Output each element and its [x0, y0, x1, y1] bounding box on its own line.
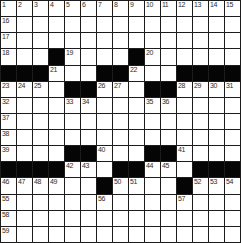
cell-r10c12[interactable]: 41 [177, 146, 193, 162]
cell-r10c2[interactable] [17, 146, 33, 162]
clue-number-30: 30 [210, 82, 217, 90]
cell-r1c10[interactable]: 10 [145, 1, 161, 17]
cell-r7c13[interactable] [193, 98, 209, 114]
clue-number-49: 49 [50, 178, 57, 186]
clue-number-51: 51 [130, 178, 137, 186]
cell-r6c7[interactable]: 26 [97, 82, 113, 98]
clue-number-12: 12 [178, 1, 185, 9]
cell-r1c4[interactable]: 4 [49, 1, 65, 17]
cell-r10c4[interactable] [49, 146, 65, 162]
clue-number-33: 33 [66, 98, 73, 106]
cell-r12c6[interactable] [81, 178, 97, 194]
black-cell-r11c13 [193, 162, 209, 178]
cell-r4c6[interactable] [81, 49, 97, 65]
black-cell-r4c9 [129, 49, 145, 65]
cell-r11c7[interactable] [97, 162, 113, 178]
cell-r10c13[interactable] [193, 146, 209, 162]
cell-r12c11[interactable] [161, 178, 177, 194]
cell-r3c6[interactable] [81, 33, 97, 49]
cell-r9c12[interactable] [177, 130, 193, 146]
cell-r3c4[interactable] [49, 33, 65, 49]
cell-r1c3[interactable]: 3 [33, 1, 49, 17]
clue-number-32: 32 [2, 98, 9, 106]
cell-r14c8[interactable] [113, 211, 129, 227]
clue-number-25: 25 [34, 82, 41, 90]
cell-r8c15[interactable] [225, 114, 241, 130]
cell-r11c10[interactable]: 44 [145, 162, 161, 178]
cell-r8c4[interactable] [49, 114, 65, 130]
clue-number-44: 44 [146, 162, 153, 170]
cell-r7c15[interactable] [225, 98, 241, 114]
cell-r2c8[interactable] [113, 17, 129, 33]
black-cell-r11c4 [49, 162, 65, 178]
black-cell-r12c7 [97, 178, 113, 194]
clue-number-29: 29 [194, 82, 201, 90]
cell-r4c11[interactable] [161, 49, 177, 65]
black-cell-r6c11 [161, 82, 177, 98]
cell-r1c7[interactable]: 7 [97, 1, 113, 17]
cell-r9c7[interactable] [97, 130, 113, 146]
clue-number-8: 8 [114, 1, 117, 9]
cell-r9c15[interactable] [225, 130, 241, 146]
cell-r4c14[interactable] [209, 49, 225, 65]
crossword-grid: 1234567891011121314151617181920212223242… [0, 0, 241, 243]
cell-r8c5[interactable] [65, 114, 81, 130]
cell-r9c3[interactable] [33, 130, 49, 146]
cell-r9c13[interactable] [193, 130, 209, 146]
clue-number-28: 28 [178, 82, 185, 90]
cell-r3c3[interactable] [33, 33, 49, 49]
cell-r4c13[interactable] [193, 49, 209, 65]
clue-number-10: 10 [146, 1, 153, 9]
cell-r14c15[interactable] [225, 211, 241, 227]
black-cell-r11c14 [209, 162, 225, 178]
clue-number-58: 58 [2, 211, 9, 219]
cell-r15c14[interactable] [209, 227, 225, 243]
clue-number-7: 7 [98, 1, 101, 9]
cell-r6c1[interactable]: 23 [1, 82, 17, 98]
cell-r9c1[interactable]: 38 [1, 130, 17, 146]
cell-r3c5[interactable] [65, 33, 81, 49]
cell-r6c15[interactable]: 31 [225, 82, 241, 98]
cell-r13c5[interactable] [65, 195, 81, 211]
cell-r2c3[interactable] [33, 17, 49, 33]
clue-number-20: 20 [146, 49, 153, 57]
black-cell-r5c1 [1, 66, 17, 82]
cell-r8c13[interactable] [193, 114, 209, 130]
cell-r6c13[interactable]: 29 [193, 82, 209, 98]
cell-r4c2[interactable] [17, 49, 33, 65]
cell-r14c9[interactable] [129, 211, 145, 227]
cell-r15c12[interactable] [177, 227, 193, 243]
clue-number-45: 45 [162, 162, 169, 170]
black-cell-r5c2 [17, 66, 33, 82]
black-cell-r6c10 [145, 82, 161, 98]
cell-r2c9[interactable] [129, 17, 145, 33]
clue-number-38: 38 [2, 130, 9, 138]
cell-r1c11[interactable]: 11 [161, 1, 177, 17]
clue-number-48: 48 [34, 178, 41, 186]
cell-r10c7[interactable]: 40 [97, 146, 113, 162]
cell-r13c1[interactable]: 55 [1, 195, 17, 211]
cell-r3c15[interactable] [225, 33, 241, 49]
clue-number-41: 41 [178, 146, 185, 154]
cell-r3c11[interactable] [161, 33, 177, 49]
cell-r9c9[interactable] [129, 130, 145, 146]
clue-number-3: 3 [34, 1, 37, 9]
cell-r13c3[interactable] [33, 195, 49, 211]
cell-r1c2[interactable]: 2 [17, 1, 33, 17]
clue-number-22: 22 [130, 66, 137, 74]
cell-r8c7[interactable] [97, 114, 113, 130]
cell-r6c4[interactable] [49, 82, 65, 98]
black-cell-r11c3 [33, 162, 49, 178]
cell-r7c2[interactable] [17, 98, 33, 114]
cell-r13c8[interactable] [113, 195, 129, 211]
clue-number-2: 2 [18, 1, 21, 9]
cell-r1c6[interactable]: 6 [81, 1, 97, 17]
cell-r12c15[interactable]: 54 [225, 178, 241, 194]
cell-r15c3[interactable] [33, 227, 49, 243]
cell-r2c6[interactable] [81, 17, 97, 33]
cell-r9c4[interactable] [49, 130, 65, 146]
cell-r8c12[interactable] [177, 114, 193, 130]
clue-number-23: 23 [2, 82, 9, 90]
cell-r14c4[interactable] [49, 211, 65, 227]
cell-r8c6[interactable] [81, 114, 97, 130]
cell-r9c8[interactable] [113, 130, 129, 146]
cell-r3c14[interactable] [209, 33, 225, 49]
clue-number-37: 37 [2, 114, 9, 122]
cell-r13c13[interactable] [193, 195, 209, 211]
cell-r5c10[interactable] [145, 66, 161, 82]
cell-r3c2[interactable] [17, 33, 33, 49]
black-cell-r10c6 [81, 146, 97, 162]
clue-number-14: 14 [210, 1, 217, 9]
cell-r13c12[interactable]: 57 [177, 195, 193, 211]
cell-r14c7[interactable] [97, 211, 113, 227]
clue-number-50: 50 [114, 178, 121, 186]
cell-r13c2[interactable] [17, 195, 33, 211]
cell-r13c7[interactable]: 56 [97, 195, 113, 211]
cell-r6c12[interactable]: 28 [177, 82, 193, 98]
clue-number-5: 5 [66, 1, 69, 9]
black-cell-r6c6 [81, 82, 97, 98]
cell-r13c6[interactable] [81, 195, 97, 211]
clue-number-26: 26 [98, 82, 105, 90]
cell-r14c12[interactable] [177, 211, 193, 227]
cell-r15c7[interactable] [97, 227, 113, 243]
cell-r12c2[interactable]: 47 [17, 178, 33, 194]
cell-r13c14[interactable] [209, 195, 225, 211]
cell-r7c12[interactable] [177, 98, 193, 114]
clue-number-47: 47 [18, 178, 25, 186]
cell-r5c4[interactable]: 21 [49, 66, 65, 82]
cell-r15c4[interactable] [49, 227, 65, 243]
cell-r15c15[interactable] [225, 227, 241, 243]
cell-r5c5[interactable] [65, 66, 81, 82]
clue-number-54: 54 [226, 178, 233, 186]
clue-number-1: 1 [2, 1, 5, 9]
cell-r15c8[interactable] [113, 227, 129, 243]
cell-r11c11[interactable]: 45 [161, 162, 177, 178]
clue-number-21: 21 [50, 66, 57, 74]
cell-r7c11[interactable]: 36 [161, 98, 177, 114]
clue-number-34: 34 [82, 98, 89, 106]
clue-number-55: 55 [2, 195, 9, 203]
cell-r3c7[interactable] [97, 33, 113, 49]
cell-r2c7[interactable] [97, 17, 113, 33]
black-cell-r5c12 [177, 66, 193, 82]
cell-r5c11[interactable] [161, 66, 177, 82]
black-cell-r5c8 [113, 66, 129, 82]
cell-r2c1[interactable]: 16 [1, 17, 17, 33]
cell-r14c6[interactable] [81, 211, 97, 227]
cell-r9c5[interactable] [65, 130, 81, 146]
clue-number-56: 56 [98, 195, 105, 203]
cell-r9c10[interactable] [145, 130, 161, 146]
cell-r3c8[interactable] [113, 33, 129, 49]
cell-r13c11[interactable] [161, 195, 177, 211]
clue-number-53: 53 [210, 178, 217, 186]
cell-r12c13[interactable]: 52 [193, 178, 209, 194]
clue-number-16: 16 [2, 17, 9, 25]
cell-r2c5[interactable] [65, 17, 81, 33]
cell-r3c9[interactable] [129, 33, 145, 49]
cell-r15c9[interactable] [129, 227, 145, 243]
black-cell-r10c10 [145, 146, 161, 162]
black-cell-r11c2 [17, 162, 33, 178]
cell-r14c1[interactable]: 58 [1, 211, 17, 227]
cell-r2c4[interactable] [49, 17, 65, 33]
black-cell-r10c5 [65, 146, 81, 162]
black-cell-r11c9 [129, 162, 145, 178]
black-cell-r5c7 [97, 66, 113, 82]
cell-r3c12[interactable] [177, 33, 193, 49]
cell-r4c10[interactable]: 20 [145, 49, 161, 65]
cell-r7c3[interactable] [33, 98, 49, 114]
cell-r7c10[interactable]: 35 [145, 98, 161, 114]
cell-r2c2[interactable] [17, 17, 33, 33]
black-cell-r6c5 [65, 82, 81, 98]
cell-r11c6[interactable]: 43 [81, 162, 97, 178]
cell-r14c10[interactable] [145, 211, 161, 227]
cell-r13c15[interactable] [225, 195, 241, 211]
clue-number-19: 19 [66, 49, 73, 57]
cell-r12c3[interactable]: 48 [33, 178, 49, 194]
clue-number-24: 24 [18, 82, 25, 90]
cell-r7c4[interactable] [49, 98, 65, 114]
cell-r2c12[interactable] [177, 17, 193, 33]
cell-r6c9[interactable] [129, 82, 145, 98]
cell-r1c8[interactable]: 8 [113, 1, 129, 17]
clue-number-13: 13 [194, 1, 201, 9]
cell-r10c14[interactable] [209, 146, 225, 162]
cell-r2c14[interactable] [209, 17, 225, 33]
cell-r4c15[interactable] [225, 49, 241, 65]
cell-r12c5[interactable] [65, 178, 81, 194]
cell-r5c6[interactable] [81, 66, 97, 82]
clue-number-59: 59 [2, 227, 9, 235]
cell-r14c3[interactable] [33, 211, 49, 227]
cell-r1c9[interactable]: 9 [129, 1, 145, 17]
black-cell-r5c3 [33, 66, 49, 82]
cell-r15c5[interactable] [65, 227, 81, 243]
cell-r4c12[interactable] [177, 49, 193, 65]
cell-r2c13[interactable] [193, 17, 209, 33]
cell-r1c5[interactable]: 5 [65, 1, 81, 17]
clue-number-40: 40 [98, 146, 105, 154]
cell-r7c1[interactable]: 32 [1, 98, 17, 114]
cell-r14c2[interactable] [17, 211, 33, 227]
black-cell-r5c14 [209, 66, 225, 82]
cell-r8c8[interactable] [113, 114, 129, 130]
cell-r14c14[interactable] [209, 211, 225, 227]
cell-r15c10[interactable] [145, 227, 161, 243]
cell-r12c9[interactable]: 51 [129, 178, 145, 194]
cell-r15c2[interactable] [17, 227, 33, 243]
clue-number-4: 4 [50, 1, 53, 9]
cell-r10c8[interactable] [113, 146, 129, 162]
cell-r3c1[interactable]: 17 [1, 33, 17, 49]
cell-r6c14[interactable]: 30 [209, 82, 225, 98]
clue-number-17: 17 [2, 33, 9, 41]
clue-number-57: 57 [178, 195, 185, 203]
cell-r8c14[interactable] [209, 114, 225, 130]
clue-number-43: 43 [82, 162, 89, 170]
black-cell-r12c12 [177, 178, 193, 194]
clue-number-39: 39 [2, 146, 9, 154]
cell-r1c12[interactable]: 12 [177, 1, 193, 17]
cell-r6c2[interactable]: 24 [17, 82, 33, 98]
cell-r8c10[interactable] [145, 114, 161, 130]
cell-r13c9[interactable] [129, 195, 145, 211]
black-cell-r4c4 [49, 49, 65, 65]
cell-r13c4[interactable] [49, 195, 65, 211]
cell-r1c14[interactable]: 14 [209, 1, 225, 17]
cell-r4c1[interactable]: 18 [1, 49, 17, 65]
cell-r14c13[interactable] [193, 211, 209, 227]
cell-r2c15[interactable] [225, 17, 241, 33]
cell-r4c5[interactable]: 19 [65, 49, 81, 65]
cell-r12c1[interactable]: 46 [1, 178, 17, 194]
cell-r11c5[interactable]: 42 [65, 162, 81, 178]
cell-r1c13[interactable]: 13 [193, 1, 209, 17]
clue-number-35: 35 [146, 98, 153, 106]
cell-r7c6[interactable]: 34 [81, 98, 97, 114]
black-cell-r11c15 [225, 162, 241, 178]
black-cell-r5c15 [225, 66, 241, 82]
cell-r8c9[interactable] [129, 114, 145, 130]
black-cell-r10c11 [161, 146, 177, 162]
cell-r6c8[interactable]: 27 [113, 82, 129, 98]
clue-number-11: 11 [162, 1, 168, 9]
cell-r7c8[interactable] [113, 98, 129, 114]
cell-r8c3[interactable] [33, 114, 49, 130]
cell-r4c3[interactable] [33, 49, 49, 65]
cell-r15c6[interactable] [81, 227, 97, 243]
cell-r14c11[interactable] [161, 211, 177, 227]
cell-r9c11[interactable] [161, 130, 177, 146]
cell-r13c10[interactable] [145, 195, 161, 211]
cell-r4c7[interactable] [97, 49, 113, 65]
cell-r1c1[interactable]: 1 [1, 1, 17, 17]
black-cell-r11c1 [1, 162, 17, 178]
cell-r12c10[interactable] [145, 178, 161, 194]
cell-r9c6[interactable] [81, 130, 97, 146]
cell-r7c7[interactable] [97, 98, 113, 114]
cell-r12c14[interactable]: 53 [209, 178, 225, 194]
cell-r8c11[interactable] [161, 114, 177, 130]
cell-r3c10[interactable] [145, 33, 161, 49]
cell-r10c9[interactable] [129, 146, 145, 162]
cell-r4c8[interactable] [113, 49, 129, 65]
cell-r10c3[interactable] [33, 146, 49, 162]
cell-r7c9[interactable] [129, 98, 145, 114]
clue-number-36: 36 [162, 98, 169, 106]
cell-r8c1[interactable]: 37 [1, 114, 17, 130]
clue-number-42: 42 [66, 162, 73, 170]
clue-number-15: 15 [226, 1, 233, 9]
cell-r9c2[interactable] [17, 130, 33, 146]
cell-r15c13[interactable] [193, 227, 209, 243]
clue-number-18: 18 [2, 49, 9, 57]
clue-number-46: 46 [2, 178, 9, 186]
cell-r12c4[interactable]: 49 [49, 178, 65, 194]
cell-r9c14[interactable] [209, 130, 225, 146]
cell-r15c11[interactable] [161, 227, 177, 243]
cell-r7c14[interactable] [209, 98, 225, 114]
clue-number-27: 27 [114, 82, 121, 90]
cell-r15c1[interactable]: 59 [1, 227, 17, 243]
cell-r6c3[interactable]: 25 [33, 82, 49, 98]
cell-r7c5[interactable]: 33 [65, 98, 81, 114]
clue-number-31: 31 [226, 82, 233, 90]
cell-r2c11[interactable] [161, 17, 177, 33]
cell-r11c12[interactable] [177, 162, 193, 178]
cell-r10c15[interactable] [225, 146, 241, 162]
black-cell-r11c8 [113, 162, 129, 178]
cell-r8c2[interactable] [17, 114, 33, 130]
cell-r10c1[interactable]: 39 [1, 146, 17, 162]
clue-number-6: 6 [82, 1, 85, 9]
black-cell-r5c13 [193, 66, 209, 82]
cell-r3c13[interactable] [193, 33, 209, 49]
cell-r1c15[interactable]: 15 [225, 1, 241, 17]
cell-r14c5[interactable] [65, 211, 81, 227]
cell-r2c10[interactable] [145, 17, 161, 33]
clue-number-9: 9 [130, 1, 133, 9]
cell-r5c9[interactable]: 22 [129, 66, 145, 82]
clue-number-52: 52 [194, 178, 201, 186]
cell-r12c8[interactable]: 50 [113, 178, 129, 194]
